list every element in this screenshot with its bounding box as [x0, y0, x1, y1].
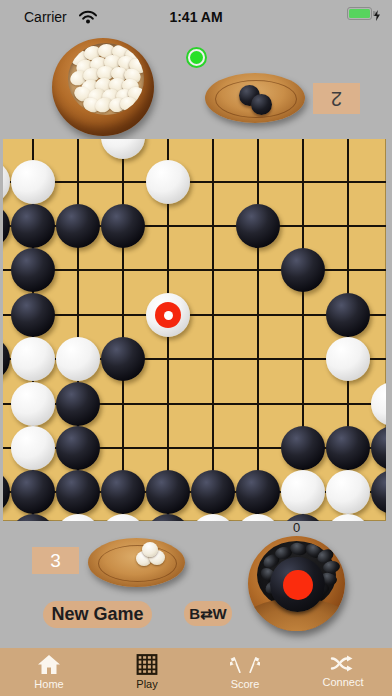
tab-connect-label: Connect [323, 676, 364, 688]
black-stone [11, 248, 55, 292]
black-stone [281, 426, 325, 470]
house-icon [37, 654, 61, 675]
last-move-marker [155, 302, 181, 328]
white-stone [371, 382, 386, 426]
black-stone [101, 204, 145, 248]
black-stone [371, 426, 386, 470]
grid-line [122, 139, 124, 521]
white-stone [11, 426, 55, 470]
black-stone [56, 426, 100, 470]
black-stone [101, 337, 145, 381]
black-stone [11, 514, 55, 521]
white-stone [326, 337, 370, 381]
white-captures-count: 3 [32, 547, 79, 574]
swap-colors-button[interactable]: B⇄W [184, 601, 232, 626]
tab-score[interactable]: Score [196, 648, 294, 696]
tab-home-label: Home [34, 678, 63, 690]
go-board[interactable] [3, 139, 386, 521]
white-stone [326, 470, 370, 514]
black-stone [56, 470, 100, 514]
grid-line [257, 139, 259, 521]
white-stone [56, 337, 100, 381]
black-stone [11, 470, 55, 514]
captured-black-stone [251, 94, 272, 115]
clock: 1:41 AM [0, 9, 392, 25]
white-stone [11, 160, 55, 204]
black-stone [146, 514, 190, 521]
charging-bolt-icon [374, 7, 380, 25]
tab-connect[interactable]: Connect [294, 648, 392, 696]
black-stone [11, 293, 55, 337]
grid-line [3, 269, 386, 271]
checkered-flags-icon [230, 654, 260, 675]
tab-home[interactable]: Home [0, 648, 98, 696]
black-stone [3, 204, 10, 248]
black-stone [371, 470, 386, 514]
grid-line [212, 139, 214, 521]
white-stone [191, 514, 235, 521]
black-stone [56, 204, 100, 248]
white-stone [281, 470, 325, 514]
black-stone [236, 204, 280, 248]
tab-score-label: Score [231, 678, 260, 690]
black-stone [3, 470, 10, 514]
white-stone [11, 337, 55, 381]
black-stone [326, 426, 370, 470]
bowl-white-stone [120, 97, 137, 111]
turn-indicator-light [186, 47, 207, 68]
red-dot-marker [283, 570, 313, 600]
black-to-play-stone [270, 557, 325, 612]
black-stone [326, 293, 370, 337]
captured-black-lid [205, 73, 305, 123]
black-stone [101, 470, 145, 514]
battery-icon [347, 7, 372, 20]
white-stone [3, 160, 10, 204]
captured-white-stone [142, 542, 158, 557]
shuffle-icon [330, 654, 356, 673]
tab-bar: Home Play [0, 648, 392, 696]
black-captures-count: 2 [313, 83, 360, 114]
black-stone [236, 470, 280, 514]
black-stone [191, 470, 235, 514]
tab-play[interactable]: Play [98, 648, 196, 696]
new-game-button[interactable]: New Game [43, 601, 152, 628]
black-stone [11, 204, 55, 248]
bowl-count-label: 0 [248, 520, 345, 535]
white-stone [56, 514, 100, 521]
black-stone [3, 337, 10, 381]
white-stones-bowl [52, 38, 154, 136]
black-stone [281, 248, 325, 292]
white-stone [146, 293, 190, 337]
grid-line [3, 181, 386, 183]
white-stone [101, 139, 145, 159]
captured-white-lid [88, 538, 185, 587]
white-stone [11, 382, 55, 426]
black-stones-bowl [248, 536, 345, 631]
black-stone [56, 382, 100, 426]
go-grid-icon [136, 654, 158, 675]
white-stones-heap [68, 43, 144, 115]
black-stone [146, 470, 190, 514]
app-screen: Carrier 1:41 AM 2 0 3 N [0, 0, 392, 696]
white-stone [146, 160, 190, 204]
white-stone [101, 514, 145, 521]
tab-play-label: Play [136, 678, 157, 690]
